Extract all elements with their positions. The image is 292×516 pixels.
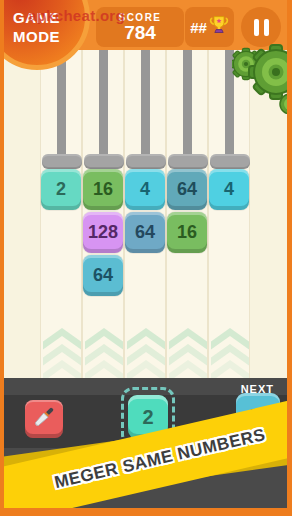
hanger-cap bbox=[84, 154, 124, 169]
tile-4[interactable]: 4 bbox=[125, 169, 165, 210]
chevron-icon bbox=[85, 360, 123, 378]
chevron-decoration bbox=[41, 328, 81, 378]
pause-icon bbox=[254, 19, 259, 36]
hanger-rod bbox=[183, 50, 192, 160]
knife-icon bbox=[31, 404, 57, 434]
tile-64[interactable]: 64 bbox=[167, 169, 207, 210]
hanger-rod bbox=[99, 50, 108, 160]
chevron-icon bbox=[127, 360, 165, 378]
hanger-rod bbox=[57, 50, 66, 160]
trophy-icon bbox=[209, 15, 229, 39]
watermark-text: apkcheat.org bbox=[28, 7, 125, 24]
rank-button[interactable]: ## bbox=[185, 7, 234, 47]
chevron-decoration bbox=[167, 328, 207, 378]
tile-64[interactable]: 64 bbox=[83, 255, 123, 296]
hanger-cap bbox=[126, 154, 166, 169]
knife-tool-button[interactable] bbox=[25, 400, 63, 438]
chevron-icon bbox=[169, 360, 207, 378]
board-tiles: 2164644128641664 bbox=[40, 168, 250, 297]
chevron-decoration bbox=[125, 328, 165, 378]
hanger-rod bbox=[141, 50, 150, 160]
hanger-cap bbox=[42, 154, 82, 169]
frame-border bbox=[0, 0, 4, 516]
chevron-decoration bbox=[209, 328, 249, 378]
tile-128[interactable]: 128 bbox=[83, 212, 123, 253]
hanger-cap bbox=[168, 154, 208, 169]
score-value: 784 bbox=[96, 23, 184, 42]
tile-2[interactable]: 2 bbox=[41, 169, 81, 210]
chevron-decoration bbox=[83, 328, 123, 378]
pause-icon bbox=[264, 19, 269, 36]
game-screen: SCORE 784 ## GAME MODE apkche bbox=[0, 0, 292, 516]
tile-64[interactable]: 64 bbox=[125, 212, 165, 253]
tile-4[interactable]: 4 bbox=[209, 169, 249, 210]
tile-16[interactable]: 16 bbox=[83, 169, 123, 210]
frame-border bbox=[287, 0, 292, 516]
tile-16[interactable]: 16 bbox=[167, 212, 207, 253]
chevron-icon bbox=[43, 360, 81, 378]
rank-text: ## bbox=[190, 19, 207, 36]
gears-icon bbox=[232, 40, 292, 118]
hanger-cap bbox=[210, 154, 250, 169]
frame-border bbox=[0, 508, 292, 516]
chevron-icon bbox=[211, 360, 249, 378]
